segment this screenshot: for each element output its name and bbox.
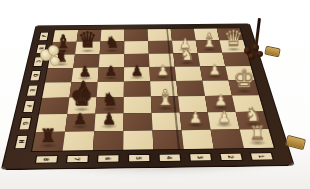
rank-plaque: 8 — [34, 155, 58, 163]
square-f5 — [124, 97, 152, 114]
square-h2 — [211, 129, 244, 148]
file-plaque: G — [18, 117, 32, 130]
square-d8 — [45, 68, 73, 83]
captured-black-piece-3 — [248, 53, 255, 60]
file-plaque: F — [22, 100, 35, 112]
square-b4 — [148, 41, 173, 54]
square-h4 — [153, 130, 184, 149]
captured-white-piece-2 — [48, 45, 59, 56]
rank-plaque: 5 — [127, 154, 150, 162]
brass-clasp-1 — [264, 46, 281, 58]
bishop-glyph: ♝ — [201, 31, 218, 50]
king-glyph: ♚ — [70, 83, 93, 109]
rank-plaque: 4 — [158, 154, 181, 162]
rook-glyph: ♜ — [249, 124, 266, 143]
square-e3 — [176, 81, 205, 97]
knight-glyph: ♞ — [101, 91, 118, 109]
pawn-glyph: ♟ — [79, 64, 92, 78]
queen-glyph: ♛ — [78, 29, 98, 51]
square-g5 — [123, 113, 152, 131]
square-e8 — [42, 82, 71, 98]
file-plaque: A — [38, 32, 49, 41]
square-a5 — [124, 29, 148, 41]
pawn-glyph: ♟ — [217, 109, 231, 125]
file-plaque: H — [14, 135, 28, 149]
bishop-glyph: ♝ — [156, 87, 175, 109]
pawn-glyph: ♟ — [208, 63, 221, 77]
knight-glyph: ♞ — [105, 35, 119, 51]
file-plaque: E — [26, 85, 39, 96]
square-h3 — [182, 130, 214, 149]
square-d3 — [175, 66, 203, 81]
square-f8 — [39, 98, 69, 115]
square-b5 — [124, 41, 149, 54]
pawn-glyph: ♟ — [73, 111, 87, 127]
rank-plaque: 3 — [188, 153, 211, 161]
captured-black-piece-2 — [252, 44, 259, 51]
rank-plaque: 2 — [219, 153, 243, 161]
square-h6 — [93, 131, 123, 150]
knight-glyph: ♞ — [179, 46, 194, 63]
pawn-glyph: ♟ — [105, 64, 118, 78]
square-h5 — [123, 131, 153, 150]
square-e5 — [124, 81, 151, 97]
pawn-glyph: ♟ — [102, 111, 116, 127]
file-plaque: D — [29, 70, 41, 81]
rank-plaque: 7 — [65, 155, 88, 163]
rank-labels: 87654321 — [29, 149, 278, 166]
queen-glyph: ♛ — [224, 28, 243, 50]
pawn-glyph: ♟ — [131, 63, 144, 77]
square-h7 — [63, 131, 95, 150]
chess-set-photo: ABCDEFGH 87654321 ♝♛♞♟♝♛♜♞♟♟♟♟♟♟♚♚♞♝♟♟♟♟… — [0, 0, 310, 189]
captured-black-piece-4 — [257, 51, 263, 57]
rank-plaque: 6 — [96, 155, 119, 163]
king-glyph: ♚ — [233, 66, 255, 91]
rank-plaque: 1 — [249, 152, 273, 160]
pawn-glyph: ♟ — [214, 93, 228, 108]
square-g4 — [152, 113, 182, 131]
rook-glyph: ♜ — [40, 127, 57, 146]
pawn-glyph: ♟ — [157, 63, 170, 77]
captured-white-piece-3 — [50, 56, 60, 66]
pawn-glyph: ♟ — [188, 110, 202, 126]
chess-board: ABCDEFGH 87654321 ♝♛♞♟♝♛♜♞♟♟♟♟♟♟♚♚♞♝♟♟♟♟… — [2, 24, 293, 169]
square-a4 — [148, 29, 172, 41]
